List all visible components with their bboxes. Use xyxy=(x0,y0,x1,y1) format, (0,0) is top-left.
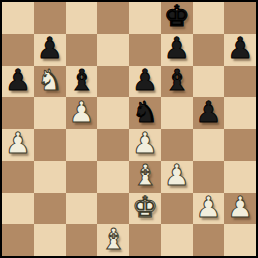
piece-black-pawn: ♟ xyxy=(195,98,221,127)
square-c4[interactable] xyxy=(66,129,98,161)
square-b5[interactable] xyxy=(34,97,66,129)
square-d3[interactable] xyxy=(97,161,129,193)
square-b6[interactable]: ♞ xyxy=(34,66,66,98)
square-d4[interactable] xyxy=(97,129,129,161)
square-c5[interactable]: ♟ xyxy=(66,97,98,129)
piece-white-knight: ♞ xyxy=(37,66,63,95)
piece-black-king: ♚ xyxy=(164,2,190,31)
square-e5[interactable]: ♞ xyxy=(129,97,161,129)
square-c8[interactable] xyxy=(66,2,98,34)
square-a7[interactable] xyxy=(2,34,34,66)
square-d6[interactable] xyxy=(97,66,129,98)
square-g7[interactable] xyxy=(193,34,225,66)
piece-black-knight: ♞ xyxy=(132,98,158,127)
piece-white-pawn: ♟ xyxy=(132,129,158,158)
piece-white-pawn: ♟ xyxy=(195,193,221,222)
square-e6[interactable]: ♟ xyxy=(129,66,161,98)
square-e8[interactable] xyxy=(129,2,161,34)
piece-white-pawn: ♟ xyxy=(164,161,190,190)
square-b7[interactable]: ♟ xyxy=(34,34,66,66)
square-b3[interactable] xyxy=(34,161,66,193)
square-d8[interactable] xyxy=(97,2,129,34)
square-c1[interactable] xyxy=(66,224,98,256)
square-a8[interactable] xyxy=(2,2,34,34)
square-e7[interactable] xyxy=(129,34,161,66)
square-a3[interactable] xyxy=(2,161,34,193)
piece-white-bishop: ♝ xyxy=(100,225,126,254)
square-b4[interactable] xyxy=(34,129,66,161)
square-h1[interactable] xyxy=(224,224,256,256)
square-c6[interactable]: ♝ xyxy=(66,66,98,98)
piece-white-bishop: ♝ xyxy=(132,161,158,190)
square-a4[interactable]: ♟ xyxy=(2,129,34,161)
piece-black-bishop: ♝ xyxy=(68,66,94,95)
piece-white-pawn: ♟ xyxy=(227,193,253,222)
square-e1[interactable] xyxy=(129,224,161,256)
square-f2[interactable] xyxy=(161,193,193,225)
square-c3[interactable] xyxy=(66,161,98,193)
square-d7[interactable] xyxy=(97,34,129,66)
square-h2[interactable]: ♟ xyxy=(224,193,256,225)
square-e2[interactable]: ♚ xyxy=(129,193,161,225)
square-f8[interactable]: ♚ xyxy=(161,2,193,34)
piece-black-pawn: ♟ xyxy=(227,34,253,63)
square-e3[interactable]: ♝ xyxy=(129,161,161,193)
square-a5[interactable] xyxy=(2,97,34,129)
piece-black-bishop: ♝ xyxy=(164,66,190,95)
square-d2[interactable] xyxy=(97,193,129,225)
square-a2[interactable] xyxy=(2,193,34,225)
square-b1[interactable] xyxy=(34,224,66,256)
square-g2[interactable]: ♟ xyxy=(193,193,225,225)
square-b2[interactable] xyxy=(34,193,66,225)
square-g6[interactable] xyxy=(193,66,225,98)
square-f7[interactable]: ♟ xyxy=(161,34,193,66)
square-g4[interactable] xyxy=(193,129,225,161)
square-f1[interactable] xyxy=(161,224,193,256)
square-e4[interactable]: ♟ xyxy=(129,129,161,161)
square-f3[interactable]: ♟ xyxy=(161,161,193,193)
piece-white-king: ♚ xyxy=(132,193,158,222)
square-c7[interactable] xyxy=(66,34,98,66)
piece-black-pawn: ♟ xyxy=(164,34,190,63)
piece-white-pawn: ♟ xyxy=(5,129,31,158)
square-h5[interactable] xyxy=(224,97,256,129)
piece-black-pawn: ♟ xyxy=(37,34,63,63)
square-h8[interactable] xyxy=(224,2,256,34)
square-h6[interactable] xyxy=(224,66,256,98)
square-a1[interactable] xyxy=(2,224,34,256)
square-h4[interactable] xyxy=(224,129,256,161)
square-g1[interactable] xyxy=(193,224,225,256)
square-g8[interactable] xyxy=(193,2,225,34)
square-c2[interactable] xyxy=(66,193,98,225)
piece-black-pawn: ♟ xyxy=(5,66,31,95)
square-h7[interactable]: ♟ xyxy=(224,34,256,66)
chess-board: ♚♟♟♟♟♞♝♟♝♟♞♟♟♟♝♟♚♟♟♝ xyxy=(0,0,258,258)
square-d5[interactable] xyxy=(97,97,129,129)
square-g3[interactable] xyxy=(193,161,225,193)
square-d1[interactable]: ♝ xyxy=(97,224,129,256)
square-b8[interactable] xyxy=(34,2,66,34)
piece-black-pawn: ♟ xyxy=(132,66,158,95)
piece-white-pawn: ♟ xyxy=(68,98,94,127)
square-a6[interactable]: ♟ xyxy=(2,66,34,98)
square-h3[interactable] xyxy=(224,161,256,193)
square-g5[interactable]: ♟ xyxy=(193,97,225,129)
square-f4[interactable] xyxy=(161,129,193,161)
square-f6[interactable]: ♝ xyxy=(161,66,193,98)
square-f5[interactable] xyxy=(161,97,193,129)
